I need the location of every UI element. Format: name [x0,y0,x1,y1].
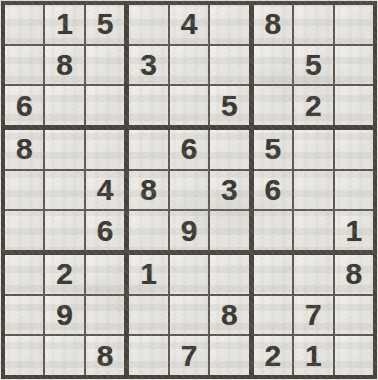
sudoku-box-r2c3: 561 [254,130,373,250]
sudoku-cell-r8c4 [129,296,167,335]
sudoku-cell-r5c3: 4 [86,171,124,210]
sudoku-cell-r3c9 [335,86,373,125]
given-digit: 7 [181,341,198,371]
sudoku-cell-r5c9 [335,171,373,210]
sudoku-cell-r5c8 [294,171,332,210]
given-digit: 2 [265,341,282,371]
sudoku-cell-r5c7: 6 [254,171,292,210]
sudoku-cell-r8c5 [170,296,208,335]
sudoku-cell-r3c1: 6 [5,86,43,125]
sudoku-cell-r6c4 [129,211,167,250]
given-digit: 8 [97,341,114,371]
given-digit: 1 [56,9,73,39]
sudoku-cell-r6c8 [294,211,332,250]
sudoku-cell-r1c4 [129,5,167,44]
given-digit: 1 [305,341,322,371]
sudoku-cell-r4c8 [294,130,332,169]
sudoku-cell-r5c5 [170,171,208,210]
sudoku-scan: 158643585284668395612981878721 [0,0,378,380]
given-digit: 8 [221,300,238,330]
sudoku-cell-r5c2 [45,171,83,210]
sudoku-cell-r8c6: 8 [210,296,248,335]
given-digit: 9 [56,300,73,330]
sudoku-cell-r7c8 [294,255,332,294]
sudoku-cell-r9c4 [129,336,167,375]
sudoku-cell-r1c7: 8 [254,5,292,44]
sudoku-cell-r9c7: 2 [254,336,292,375]
sudoku-box-r3c1: 298 [5,255,124,375]
sudoku-cell-r7c5 [170,255,208,294]
given-digit: 5 [221,91,238,121]
sudoku-cell-r8c7 [254,296,292,335]
sudoku-cell-r7c9: 8 [335,255,373,294]
sudoku-box-r3c3: 8721 [254,255,373,375]
sudoku-cell-r4c4 [129,130,167,169]
sudoku-cell-r1c9 [335,5,373,44]
sudoku-cell-r9c1 [5,336,43,375]
sudoku-cell-r7c3 [86,255,124,294]
sudoku-cell-r1c2: 1 [45,5,83,44]
given-digit: 4 [97,175,114,205]
sudoku-cell-r6c6 [210,211,248,250]
given-digit: 9 [181,216,198,246]
sudoku-cell-r7c7 [254,255,292,294]
sudoku-cell-r2c9 [335,46,373,85]
given-digit: 8 [265,9,282,39]
given-digit: 8 [345,259,362,289]
given-digit: 1 [140,259,157,289]
sudoku-cell-r7c4: 1 [129,255,167,294]
given-digit: 3 [221,175,238,205]
sudoku-cell-r4c3 [86,130,124,169]
sudoku-cell-r2c7 [254,46,292,85]
sudoku-cell-r1c8 [294,5,332,44]
sudoku-cell-r1c5: 4 [170,5,208,44]
sudoku-cell-r4c5: 6 [170,130,208,169]
given-digit: 5 [305,50,322,80]
sudoku-cell-r6c5: 9 [170,211,208,250]
sudoku-board: 158643585284668395612981878721 [1,1,377,379]
given-digit: 6 [181,134,198,164]
given-digit: 5 [97,9,114,39]
given-digit: 6 [265,175,282,205]
given-digit: 6 [16,91,33,121]
sudoku-cell-r6c9: 1 [335,211,373,250]
sudoku-cell-r8c8: 7 [294,296,332,335]
sudoku-cell-r1c1 [5,5,43,44]
given-digit: 2 [56,259,73,289]
sudoku-cell-r4c7: 5 [254,130,292,169]
sudoku-cell-r2c4: 3 [129,46,167,85]
sudoku-cell-r3c8: 2 [294,86,332,125]
sudoku-cell-r3c2 [45,86,83,125]
sudoku-cell-r5c6: 3 [210,171,248,210]
sudoku-cell-r2c8: 5 [294,46,332,85]
sudoku-cell-r8c3 [86,296,124,335]
given-digit: 3 [140,50,157,80]
sudoku-cell-r7c6 [210,255,248,294]
sudoku-cell-r3c7 [254,86,292,125]
given-digit: 1 [345,216,362,246]
sudoku-cell-r2c1 [5,46,43,85]
sudoku-box-r2c1: 846 [5,130,124,250]
sudoku-cell-r6c7 [254,211,292,250]
sudoku-cell-r9c9 [335,336,373,375]
sudoku-cell-r8c9 [335,296,373,335]
given-digit: 7 [305,300,322,330]
given-digit: 8 [56,50,73,80]
sudoku-cell-r4c1: 8 [5,130,43,169]
sudoku-cell-r2c6 [210,46,248,85]
sudoku-cell-r1c6 [210,5,248,44]
sudoku-box-r2c2: 6839 [129,130,248,250]
sudoku-cell-r9c3: 8 [86,336,124,375]
sudoku-cell-r7c1 [5,255,43,294]
sudoku-cell-r6c1 [5,211,43,250]
sudoku-cell-r7c2: 2 [45,255,83,294]
sudoku-cell-r2c2: 8 [45,46,83,85]
sudoku-cell-r9c2 [45,336,83,375]
given-digit: 2 [305,91,322,121]
given-digit: 8 [16,134,33,164]
sudoku-cell-r4c2 [45,130,83,169]
given-digit: 5 [265,134,282,164]
sudoku-cell-r3c4 [129,86,167,125]
sudoku-cell-r8c1 [5,296,43,335]
sudoku-box-r1c2: 435 [129,5,248,125]
sudoku-cell-r8c2: 9 [45,296,83,335]
sudoku-cell-r3c6: 5 [210,86,248,125]
sudoku-cell-r2c5 [170,46,208,85]
sudoku-cell-r3c3 [86,86,124,125]
sudoku-cell-r3c5 [170,86,208,125]
sudoku-cell-r9c5: 7 [170,336,208,375]
sudoku-cell-r6c3: 6 [86,211,124,250]
sudoku-box-r1c3: 852 [254,5,373,125]
sudoku-cell-r4c6 [210,130,248,169]
given-digit: 4 [181,9,198,39]
sudoku-cell-r9c6 [210,336,248,375]
sudoku-cell-r9c8: 1 [294,336,332,375]
given-digit: 6 [97,216,114,246]
sudoku-box-r1c1: 1586 [5,5,124,125]
sudoku-cell-r5c1 [5,171,43,210]
sudoku-cell-r2c3 [86,46,124,85]
sudoku-cell-r6c2 [45,211,83,250]
given-digit: 8 [140,175,157,205]
sudoku-cell-r1c3: 5 [86,5,124,44]
sudoku-cell-r4c9 [335,130,373,169]
sudoku-cell-r5c4: 8 [129,171,167,210]
sudoku-box-r3c2: 187 [129,255,248,375]
